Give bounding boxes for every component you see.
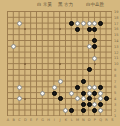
hoshi-point [94, 98, 96, 100]
column-label-B: B [12, 118, 16, 123]
row-label-17: 17 [114, 22, 118, 26]
black-stone [81, 79, 86, 84]
column-label-J: J [58, 118, 62, 123]
go-client-screen: 白 常昊 黑 古力 白中盘胜 ABCDEFGHIJKLMNOPQRS 19181… [0, 0, 120, 126]
column-label-M: M [76, 118, 80, 123]
white-stone [40, 91, 45, 96]
row-label-3: 3 [114, 103, 116, 107]
black-stone [75, 85, 80, 90]
black-stone [87, 102, 92, 107]
row-label-8: 8 [114, 74, 116, 78]
white-stone [52, 85, 57, 90]
row-label-18: 18 [114, 16, 118, 20]
white-stone [69, 91, 74, 96]
row-label-16: 16 [114, 27, 118, 31]
row-label-9: 9 [114, 68, 116, 72]
row-label-5: 5 [114, 91, 116, 95]
hoshi-point [59, 63, 61, 65]
white-stone [87, 91, 92, 96]
white-stone [87, 21, 92, 26]
column-label-R: R [105, 118, 109, 123]
column-label-I: I [52, 118, 56, 123]
row-label-4: 4 [114, 97, 116, 101]
white-stone [17, 85, 22, 90]
row-label-15: 15 [114, 33, 118, 37]
row-label-10: 10 [114, 62, 118, 66]
row-label-2: 2 [114, 109, 116, 113]
row-label-6: 6 [114, 85, 116, 89]
column-label-A: A [6, 118, 10, 123]
white-stone [58, 79, 63, 84]
column-label-O: O [87, 118, 91, 123]
white-stone [98, 91, 103, 96]
row-label-1: 1 [114, 114, 116, 118]
column-label-L: L [70, 118, 74, 123]
column-label-E: E [29, 118, 33, 123]
black-stone [81, 108, 86, 113]
column-label-D: D [23, 118, 27, 123]
white-stone [87, 44, 92, 49]
column-label-F: F [35, 118, 39, 123]
column-label-H: H [47, 118, 51, 123]
column-label-Q: Q [99, 118, 103, 123]
row-label-19: 19 [114, 10, 118, 14]
hoshi-point [94, 63, 96, 65]
row-label-12: 12 [114, 51, 118, 55]
black-stone [52, 91, 57, 96]
row-label-13: 13 [114, 45, 118, 49]
column-label-N: N [81, 118, 85, 123]
column-label-G: G [41, 118, 45, 123]
column-label-C: C [18, 118, 22, 123]
black-stone [81, 91, 86, 96]
white-stone [81, 21, 86, 26]
row-label-11: 11 [114, 56, 118, 60]
column-label-P: P [93, 118, 97, 123]
white-stone [87, 85, 92, 90]
black-stone [75, 27, 80, 32]
row-label-7: 7 [114, 80, 116, 84]
black-stone [87, 27, 92, 32]
column-label-K: K [64, 118, 68, 123]
row-label-14: 14 [114, 39, 118, 43]
go-board[interactable]: ABCDEFGHIJKLMNOPQRS 19181716151413121110… [0, 0, 120, 126]
